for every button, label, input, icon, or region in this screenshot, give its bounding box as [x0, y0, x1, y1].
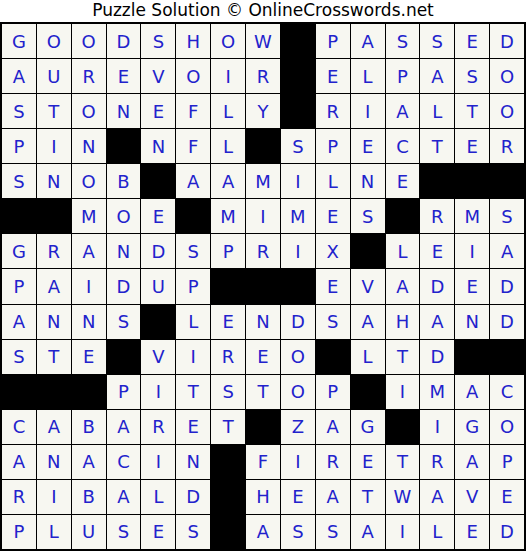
- letter-cell-r14c6: D: [176, 480, 210, 514]
- letter-cell-r7c1: G: [2, 234, 36, 268]
- letter-cell-r2c13: A: [420, 59, 454, 93]
- letter-cell-r8c14: E: [455, 269, 489, 303]
- letter-cell-r5c8: M: [246, 164, 280, 198]
- letter-cell-r3c3: O: [72, 94, 106, 128]
- letter-cell-r15c6: S: [176, 515, 210, 549]
- letter-cell-r14c14: V: [455, 480, 489, 514]
- letter-cell-r1c3: O: [72, 24, 106, 58]
- block-cell-r14c7: [211, 480, 245, 514]
- letter-cell-r14c3: B: [72, 480, 106, 514]
- letter-cell-r14c9: E: [281, 480, 315, 514]
- letter-cell-r13c10: R: [316, 445, 350, 479]
- letter-cell-r4c5: N: [141, 129, 175, 163]
- letter-cell-r13c15: P: [490, 445, 524, 479]
- letter-cell-r13c14: A: [455, 445, 489, 479]
- letter-cell-r4c13: T: [420, 129, 454, 163]
- letter-cell-r6c14: M: [455, 199, 489, 233]
- letter-cell-r10c8: E: [246, 340, 280, 374]
- letter-cell-r3c8: Y: [246, 94, 280, 128]
- crossword-grid: GOODSHOWPASSEDAUREVOIRELPASOSTONEFLYRIAL…: [0, 22, 526, 551]
- letter-cell-r1c1: G: [2, 24, 36, 58]
- letter-cell-r6c7: M: [211, 199, 245, 233]
- page-title: Puzzle Solution © OnlineCrosswords.net: [0, 0, 526, 22]
- letter-cell-r10c12: T: [386, 340, 420, 374]
- letter-cell-r10c1: S: [2, 340, 36, 374]
- letter-cell-r13c8: F: [246, 445, 280, 479]
- letter-cell-r3c6: F: [176, 94, 210, 128]
- letter-cell-r3c12: A: [386, 94, 420, 128]
- block-cell-r12c12: [386, 410, 420, 444]
- letter-cell-r2c1: A: [2, 59, 36, 93]
- block-cell-r15c7: [211, 515, 245, 549]
- letter-cell-r9c10: S: [316, 305, 350, 339]
- letter-cell-r12c9: Z: [281, 410, 315, 444]
- letter-cell-r15c2: L: [37, 515, 71, 549]
- letter-cell-r12c14: G: [455, 410, 489, 444]
- letter-cell-r9c4: S: [107, 305, 141, 339]
- crossword-solution-page: Puzzle Solution © OnlineCrosswords.net G…: [0, 0, 526, 551]
- letter-cell-r14c1: R: [2, 480, 36, 514]
- letter-cell-r5c6: A: [176, 164, 210, 198]
- letter-cell-r10c13: D: [420, 340, 454, 374]
- letter-cell-r7c9: I: [281, 234, 315, 268]
- letter-cell-r15c15: D: [490, 515, 524, 549]
- letter-cell-r2c3: R: [72, 59, 106, 93]
- letter-cell-r7c2: R: [37, 234, 71, 268]
- letter-cell-r3c5: E: [141, 94, 175, 128]
- letter-cell-r13c13: R: [420, 445, 454, 479]
- letter-cell-r13c1: A: [2, 445, 36, 479]
- letter-cell-r5c4: B: [107, 164, 141, 198]
- letter-cell-r6c8: I: [246, 199, 280, 233]
- letter-cell-r8c15: D: [490, 269, 524, 303]
- letter-cell-r11c15: C: [490, 375, 524, 409]
- letter-cell-r5c7: A: [211, 164, 245, 198]
- letter-cell-r8c3: I: [72, 269, 106, 303]
- letter-cell-r2c15: O: [490, 59, 524, 93]
- letter-cell-r6c4: O: [107, 199, 141, 233]
- letter-cell-r8c2: A: [37, 269, 71, 303]
- letter-cell-r3c13: L: [420, 94, 454, 128]
- letter-cell-r15c11: A: [351, 515, 385, 549]
- block-cell-r5c14: [455, 164, 489, 198]
- letter-cell-r6c10: E: [316, 199, 350, 233]
- block-cell-r6c6: [176, 199, 210, 233]
- letter-cell-r8c1: P: [2, 269, 36, 303]
- letter-cell-r15c4: S: [107, 515, 141, 549]
- letter-cell-r10c5: V: [141, 340, 175, 374]
- letter-cell-r10c7: R: [211, 340, 245, 374]
- letter-cell-r15c5: E: [141, 515, 175, 549]
- letter-cell-r11c6: T: [176, 375, 210, 409]
- letter-cell-r13c9: I: [281, 445, 315, 479]
- block-cell-r11c3: [72, 375, 106, 409]
- block-cell-r6c1: [2, 199, 36, 233]
- block-cell-r5c5: [141, 164, 175, 198]
- letter-cell-r11c9: O: [281, 375, 315, 409]
- letter-cell-r1c11: A: [351, 24, 385, 58]
- letter-cell-r14c2: I: [37, 480, 71, 514]
- block-cell-r13c7: [211, 445, 245, 479]
- letter-cell-r15c14: E: [455, 515, 489, 549]
- letter-cell-r14c10: A: [316, 480, 350, 514]
- letter-cell-r13c5: I: [141, 445, 175, 479]
- letter-cell-r10c6: I: [176, 340, 210, 374]
- letter-cell-r6c5: E: [141, 199, 175, 233]
- letter-cell-r12c5: R: [141, 410, 175, 444]
- letter-cell-r8c6: P: [176, 269, 210, 303]
- letter-cell-r2c10: E: [316, 59, 350, 93]
- letter-cell-r15c13: L: [420, 515, 454, 549]
- block-cell-r11c11: [351, 375, 385, 409]
- letter-cell-r11c13: M: [420, 375, 454, 409]
- block-cell-r3c9: [281, 94, 315, 128]
- letter-cell-r15c12: I: [386, 515, 420, 549]
- letter-cell-r9c7: E: [211, 305, 245, 339]
- letter-cell-r14c15: E: [490, 480, 524, 514]
- letter-cell-r12c1: C: [2, 410, 36, 444]
- letter-cell-r11c10: P: [316, 375, 350, 409]
- letter-cell-r11c7: S: [211, 375, 245, 409]
- letter-cell-r7c7: P: [211, 234, 245, 268]
- block-cell-r5c13: [420, 164, 454, 198]
- block-cell-r6c12: [386, 199, 420, 233]
- letter-cell-r8c5: U: [141, 269, 175, 303]
- letter-cell-r15c10: S: [316, 515, 350, 549]
- letter-cell-r11c4: P: [107, 375, 141, 409]
- letter-cell-r15c8: A: [246, 515, 280, 549]
- letter-cell-r2c7: I: [211, 59, 245, 93]
- letter-cell-r10c11: L: [351, 340, 385, 374]
- letter-cell-r1c5: S: [141, 24, 175, 58]
- letter-cell-r13c12: T: [386, 445, 420, 479]
- letter-cell-r15c3: U: [72, 515, 106, 549]
- letter-cell-r3c7: L: [211, 94, 245, 128]
- letter-cell-r2c4: E: [107, 59, 141, 93]
- letter-cell-r2c6: O: [176, 59, 210, 93]
- letter-cell-r11c5: I: [141, 375, 175, 409]
- block-cell-r10c15: [490, 340, 524, 374]
- letter-cell-r1c7: O: [211, 24, 245, 58]
- letter-cell-r12c11: G: [351, 410, 385, 444]
- letter-cell-r4c3: N: [72, 129, 106, 163]
- letter-cell-r9c13: A: [420, 305, 454, 339]
- letter-cell-r7c8: R: [246, 234, 280, 268]
- letter-cell-r13c2: N: [37, 445, 71, 479]
- letter-cell-r7c10: X: [316, 234, 350, 268]
- letter-cell-r3c1: S: [2, 94, 36, 128]
- letter-cell-r11c8: T: [246, 375, 280, 409]
- letter-cell-r3c10: R: [316, 94, 350, 128]
- letter-cell-r1c14: E: [455, 24, 489, 58]
- letter-cell-r8c13: D: [420, 269, 454, 303]
- block-cell-r5c15: [490, 164, 524, 198]
- letter-cell-r2c12: P: [386, 59, 420, 93]
- letter-cell-r1c13: S: [420, 24, 454, 58]
- letter-cell-r12c10: A: [316, 410, 350, 444]
- letter-cell-r1c10: P: [316, 24, 350, 58]
- letter-cell-r3c4: N: [107, 94, 141, 128]
- block-cell-r12c8: [246, 410, 280, 444]
- block-cell-r10c14: [455, 340, 489, 374]
- letter-cell-r12c7: T: [211, 410, 245, 444]
- letter-cell-r4c6: F: [176, 129, 210, 163]
- letter-cell-r9c3: N: [72, 305, 106, 339]
- letter-cell-r15c1: P: [2, 515, 36, 549]
- letter-cell-r6c11: S: [351, 199, 385, 233]
- block-cell-r8c7: [211, 269, 245, 303]
- letter-cell-r13c6: N: [176, 445, 210, 479]
- letter-cell-r4c1: P: [2, 129, 36, 163]
- block-cell-r1c9: [281, 24, 315, 58]
- letter-cell-r12c4: A: [107, 410, 141, 444]
- letter-cell-r5c12: E: [386, 164, 420, 198]
- letter-cell-r6c13: R: [420, 199, 454, 233]
- letter-cell-r7c12: L: [386, 234, 420, 268]
- letter-cell-r4c10: P: [316, 129, 350, 163]
- letter-cell-r1c6: H: [176, 24, 210, 58]
- letter-cell-r14c4: A: [107, 480, 141, 514]
- block-cell-r9c5: [141, 305, 175, 339]
- letter-cell-r7c4: N: [107, 234, 141, 268]
- letter-cell-r10c3: E: [72, 340, 106, 374]
- letter-cell-r14c13: A: [420, 480, 454, 514]
- letter-cell-r4c7: L: [211, 129, 245, 163]
- letter-cell-r8c4: D: [107, 269, 141, 303]
- letter-cell-r3c2: T: [37, 94, 71, 128]
- letter-cell-r13c3: A: [72, 445, 106, 479]
- letter-cell-r9c1: A: [2, 305, 36, 339]
- letter-cell-r11c14: A: [455, 375, 489, 409]
- letter-cell-r10c2: T: [37, 340, 71, 374]
- letter-cell-r14c11: T: [351, 480, 385, 514]
- letter-cell-r9c6: L: [176, 305, 210, 339]
- letter-cell-r9c11: A: [351, 305, 385, 339]
- letter-cell-r4c15: R: [490, 129, 524, 163]
- letter-cell-r14c8: H: [246, 480, 280, 514]
- letter-cell-r1c2: O: [37, 24, 71, 58]
- letter-cell-r5c2: N: [37, 164, 71, 198]
- letter-cell-r12c2: A: [37, 410, 71, 444]
- letter-cell-r3c11: I: [351, 94, 385, 128]
- letter-cell-r7c13: E: [420, 234, 454, 268]
- letter-cell-r2c8: R: [246, 59, 280, 93]
- letter-cell-r4c14: E: [455, 129, 489, 163]
- letter-cell-r5c1: S: [2, 164, 36, 198]
- letter-cell-r4c12: C: [386, 129, 420, 163]
- block-cell-r6c2: [37, 199, 71, 233]
- letter-cell-r12c3: B: [72, 410, 106, 444]
- letter-cell-r5c11: N: [351, 164, 385, 198]
- letter-cell-r7c3: A: [72, 234, 106, 268]
- letter-cell-r2c11: L: [351, 59, 385, 93]
- block-cell-r10c4: [107, 340, 141, 374]
- letter-cell-r6c9: M: [281, 199, 315, 233]
- letter-cell-r14c12: W: [386, 480, 420, 514]
- block-cell-r11c1: [2, 375, 36, 409]
- letter-cell-r2c2: U: [37, 59, 71, 93]
- letter-cell-r7c6: S: [176, 234, 210, 268]
- block-cell-r10c10: [316, 340, 350, 374]
- letter-cell-r1c15: D: [490, 24, 524, 58]
- letter-cell-r7c5: D: [141, 234, 175, 268]
- letter-cell-r4c9: S: [281, 129, 315, 163]
- letter-cell-r10c9: O: [281, 340, 315, 374]
- block-cell-r8c8: [246, 269, 280, 303]
- letter-cell-r9c2: N: [37, 305, 71, 339]
- letter-cell-r8c11: V: [351, 269, 385, 303]
- letter-cell-r8c12: A: [386, 269, 420, 303]
- block-cell-r2c9: [281, 59, 315, 93]
- letter-cell-r2c14: S: [455, 59, 489, 93]
- letter-cell-r9c14: N: [455, 305, 489, 339]
- letter-cell-r3c15: O: [490, 94, 524, 128]
- block-cell-r4c4: [107, 129, 141, 163]
- letter-cell-r1c12: S: [386, 24, 420, 58]
- letter-cell-r2c5: V: [141, 59, 175, 93]
- letter-cell-r1c4: D: [107, 24, 141, 58]
- letter-cell-r1c8: W: [246, 24, 280, 58]
- block-cell-r8c9: [281, 269, 315, 303]
- letter-cell-r12c13: I: [420, 410, 454, 444]
- letter-cell-r6c15: S: [490, 199, 524, 233]
- letter-cell-r11c12: I: [386, 375, 420, 409]
- letter-cell-r4c2: I: [37, 129, 71, 163]
- block-cell-r4c8: [246, 129, 280, 163]
- letter-cell-r9c15: D: [490, 305, 524, 339]
- letter-cell-r5c9: I: [281, 164, 315, 198]
- letter-cell-r9c8: N: [246, 305, 280, 339]
- letter-cell-r12c15: O: [490, 410, 524, 444]
- block-cell-r7c11: [351, 234, 385, 268]
- letter-cell-r6c3: M: [72, 199, 106, 233]
- letter-cell-r8c10: E: [316, 269, 350, 303]
- letter-cell-r9c9: D: [281, 305, 315, 339]
- letter-cell-r9c12: H: [386, 305, 420, 339]
- letter-cell-r15c9: S: [281, 515, 315, 549]
- letter-cell-r4c11: E: [351, 129, 385, 163]
- letter-cell-r13c11: E: [351, 445, 385, 479]
- letter-cell-r5c10: L: [316, 164, 350, 198]
- letter-cell-r12c6: E: [176, 410, 210, 444]
- letter-cell-r13c4: C: [107, 445, 141, 479]
- letter-cell-r7c15: A: [490, 234, 524, 268]
- block-cell-r11c2: [37, 375, 71, 409]
- letter-cell-r5c3: O: [72, 164, 106, 198]
- letter-cell-r14c5: L: [141, 480, 175, 514]
- letter-cell-r7c14: I: [455, 234, 489, 268]
- letter-cell-r3c14: T: [455, 94, 489, 128]
